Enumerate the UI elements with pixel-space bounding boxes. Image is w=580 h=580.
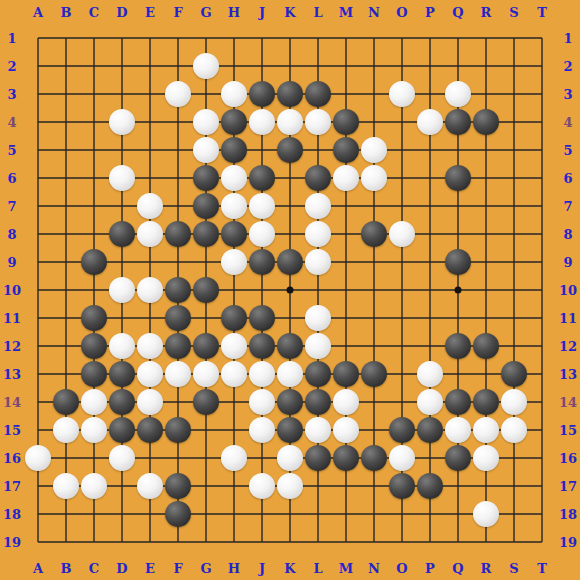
intersection-E8[interactable] <box>136 220 164 248</box>
intersection-K3[interactable] <box>276 80 304 108</box>
intersection-G19[interactable] <box>192 528 220 556</box>
intersection-L19[interactable] <box>304 528 332 556</box>
intersection-C5[interactable] <box>80 136 108 164</box>
intersection-A11[interactable] <box>24 304 52 332</box>
intersection-C9[interactable] <box>80 248 108 276</box>
intersection-D6[interactable] <box>108 164 136 192</box>
intersection-P17[interactable] <box>416 472 444 500</box>
intersection-E7[interactable] <box>136 192 164 220</box>
intersection-H13[interactable] <box>220 360 248 388</box>
intersection-G15[interactable] <box>192 416 220 444</box>
intersection-S10[interactable] <box>500 276 528 304</box>
intersection-J1[interactable] <box>248 24 276 52</box>
intersection-L3[interactable] <box>304 80 332 108</box>
intersection-F17[interactable] <box>164 472 192 500</box>
intersection-P11[interactable] <box>416 304 444 332</box>
intersection-B16[interactable] <box>52 444 80 472</box>
intersection-D10[interactable] <box>108 276 136 304</box>
intersection-S18[interactable] <box>500 500 528 528</box>
intersection-P13[interactable] <box>416 360 444 388</box>
intersection-L9[interactable] <box>304 248 332 276</box>
intersection-Q18[interactable] <box>444 500 472 528</box>
intersection-N3[interactable] <box>360 80 388 108</box>
intersection-N12[interactable] <box>360 332 388 360</box>
intersection-T9[interactable] <box>528 248 556 276</box>
intersection-F15[interactable] <box>164 416 192 444</box>
intersection-D13[interactable] <box>108 360 136 388</box>
intersection-K18[interactable] <box>276 500 304 528</box>
intersection-H4[interactable] <box>220 108 248 136</box>
intersection-D8[interactable] <box>108 220 136 248</box>
intersection-Q3[interactable] <box>444 80 472 108</box>
intersection-P7[interactable] <box>416 192 444 220</box>
intersection-D3[interactable] <box>108 80 136 108</box>
intersection-S8[interactable] <box>500 220 528 248</box>
intersection-Q2[interactable] <box>444 52 472 80</box>
intersection-P16[interactable] <box>416 444 444 472</box>
intersection-L1[interactable] <box>304 24 332 52</box>
intersection-K11[interactable] <box>276 304 304 332</box>
intersection-L5[interactable] <box>304 136 332 164</box>
intersection-S14[interactable] <box>500 388 528 416</box>
intersection-S19[interactable] <box>500 528 528 556</box>
intersection-A19[interactable] <box>24 528 52 556</box>
intersection-Q19[interactable] <box>444 528 472 556</box>
intersection-P5[interactable] <box>416 136 444 164</box>
intersection-L7[interactable] <box>304 192 332 220</box>
intersection-J15[interactable] <box>248 416 276 444</box>
intersection-F14[interactable] <box>164 388 192 416</box>
intersection-T18[interactable] <box>528 500 556 528</box>
intersection-G10[interactable] <box>192 276 220 304</box>
intersection-L2[interactable] <box>304 52 332 80</box>
intersection-J5[interactable] <box>248 136 276 164</box>
intersection-N17[interactable] <box>360 472 388 500</box>
intersection-F18[interactable] <box>164 500 192 528</box>
intersection-N13[interactable] <box>360 360 388 388</box>
intersection-C14[interactable] <box>80 388 108 416</box>
intersection-R15[interactable] <box>472 416 500 444</box>
intersection-P3[interactable] <box>416 80 444 108</box>
intersection-H8[interactable] <box>220 220 248 248</box>
intersection-M18[interactable] <box>332 500 360 528</box>
intersection-O14[interactable] <box>388 388 416 416</box>
intersection-N18[interactable] <box>360 500 388 528</box>
intersection-B12[interactable] <box>52 332 80 360</box>
intersection-R1[interactable] <box>472 24 500 52</box>
intersection-J14[interactable] <box>248 388 276 416</box>
intersection-F8[interactable] <box>164 220 192 248</box>
intersection-O16[interactable] <box>388 444 416 472</box>
intersection-E17[interactable] <box>136 472 164 500</box>
intersection-C15[interactable] <box>80 416 108 444</box>
intersection-T4[interactable] <box>528 108 556 136</box>
intersection-O13[interactable] <box>388 360 416 388</box>
intersection-R8[interactable] <box>472 220 500 248</box>
intersection-J19[interactable] <box>248 528 276 556</box>
intersection-L8[interactable] <box>304 220 332 248</box>
intersection-E11[interactable] <box>136 304 164 332</box>
intersection-Q12[interactable] <box>444 332 472 360</box>
intersection-H3[interactable] <box>220 80 248 108</box>
intersection-R6[interactable] <box>472 164 500 192</box>
intersection-O12[interactable] <box>388 332 416 360</box>
intersection-J8[interactable] <box>248 220 276 248</box>
intersection-L16[interactable] <box>304 444 332 472</box>
intersection-T11[interactable] <box>528 304 556 332</box>
intersection-N16[interactable] <box>360 444 388 472</box>
intersection-G9[interactable] <box>192 248 220 276</box>
intersection-S7[interactable] <box>500 192 528 220</box>
intersection-H14[interactable] <box>220 388 248 416</box>
intersection-D14[interactable] <box>108 388 136 416</box>
intersection-D5[interactable] <box>108 136 136 164</box>
intersection-K13[interactable] <box>276 360 304 388</box>
intersection-P19[interactable] <box>416 528 444 556</box>
intersection-A3[interactable] <box>24 80 52 108</box>
intersection-G8[interactable] <box>192 220 220 248</box>
intersection-M17[interactable] <box>332 472 360 500</box>
intersection-A1[interactable] <box>24 24 52 52</box>
intersection-F19[interactable] <box>164 528 192 556</box>
intersection-S16[interactable] <box>500 444 528 472</box>
intersection-P18[interactable] <box>416 500 444 528</box>
intersection-G11[interactable] <box>192 304 220 332</box>
intersection-E16[interactable] <box>136 444 164 472</box>
intersection-J10[interactable] <box>248 276 276 304</box>
intersection-R19[interactable] <box>472 528 500 556</box>
intersection-R2[interactable] <box>472 52 500 80</box>
intersection-S6[interactable] <box>500 164 528 192</box>
intersection-J13[interactable] <box>248 360 276 388</box>
intersection-F13[interactable] <box>164 360 192 388</box>
intersection-Q7[interactable] <box>444 192 472 220</box>
intersection-F4[interactable] <box>164 108 192 136</box>
intersection-T7[interactable] <box>528 192 556 220</box>
intersection-G6[interactable] <box>192 164 220 192</box>
intersection-O11[interactable] <box>388 304 416 332</box>
intersection-A13[interactable] <box>24 360 52 388</box>
intersection-P15[interactable] <box>416 416 444 444</box>
intersection-O3[interactable] <box>388 80 416 108</box>
intersection-J9[interactable] <box>248 248 276 276</box>
intersection-K6[interactable] <box>276 164 304 192</box>
intersection-H18[interactable] <box>220 500 248 528</box>
intersection-A6[interactable] <box>24 164 52 192</box>
intersection-Q13[interactable] <box>444 360 472 388</box>
intersection-A5[interactable] <box>24 136 52 164</box>
intersection-K4[interactable] <box>276 108 304 136</box>
intersection-Q11[interactable] <box>444 304 472 332</box>
intersection-B17[interactable] <box>52 472 80 500</box>
intersection-D9[interactable] <box>108 248 136 276</box>
intersection-Q4[interactable] <box>444 108 472 136</box>
intersection-P2[interactable] <box>416 52 444 80</box>
intersection-T13[interactable] <box>528 360 556 388</box>
intersection-B19[interactable] <box>52 528 80 556</box>
intersection-C16[interactable] <box>80 444 108 472</box>
intersection-R14[interactable] <box>472 388 500 416</box>
intersection-A17[interactable] <box>24 472 52 500</box>
intersection-G4[interactable] <box>192 108 220 136</box>
intersection-H16[interactable] <box>220 444 248 472</box>
intersection-N19[interactable] <box>360 528 388 556</box>
intersection-G7[interactable] <box>192 192 220 220</box>
intersection-C18[interactable] <box>80 500 108 528</box>
intersection-H6[interactable] <box>220 164 248 192</box>
intersection-N7[interactable] <box>360 192 388 220</box>
intersection-D11[interactable] <box>108 304 136 332</box>
intersection-K9[interactable] <box>276 248 304 276</box>
intersection-S4[interactable] <box>500 108 528 136</box>
intersection-D1[interactable] <box>108 24 136 52</box>
intersection-M11[interactable] <box>332 304 360 332</box>
intersection-G2[interactable] <box>192 52 220 80</box>
intersection-E2[interactable] <box>136 52 164 80</box>
intersection-R9[interactable] <box>472 248 500 276</box>
intersection-F11[interactable] <box>164 304 192 332</box>
intersection-L18[interactable] <box>304 500 332 528</box>
intersection-P14[interactable] <box>416 388 444 416</box>
intersection-J7[interactable] <box>248 192 276 220</box>
intersection-G17[interactable] <box>192 472 220 500</box>
intersection-M14[interactable] <box>332 388 360 416</box>
intersection-F3[interactable] <box>164 80 192 108</box>
intersection-E3[interactable] <box>136 80 164 108</box>
intersection-J11[interactable] <box>248 304 276 332</box>
intersection-F16[interactable] <box>164 444 192 472</box>
intersection-C17[interactable] <box>80 472 108 500</box>
intersection-E9[interactable] <box>136 248 164 276</box>
intersection-D7[interactable] <box>108 192 136 220</box>
intersection-A18[interactable] <box>24 500 52 528</box>
intersection-T2[interactable] <box>528 52 556 80</box>
intersection-M2[interactable] <box>332 52 360 80</box>
intersection-M5[interactable] <box>332 136 360 164</box>
intersection-L10[interactable] <box>304 276 332 304</box>
intersection-F2[interactable] <box>164 52 192 80</box>
intersection-G1[interactable] <box>192 24 220 52</box>
intersection-Q17[interactable] <box>444 472 472 500</box>
intersection-T10[interactable] <box>528 276 556 304</box>
intersection-N8[interactable] <box>360 220 388 248</box>
intersection-T1[interactable] <box>528 24 556 52</box>
intersection-B1[interactable] <box>52 24 80 52</box>
intersection-M12[interactable] <box>332 332 360 360</box>
intersection-C4[interactable] <box>80 108 108 136</box>
intersection-K7[interactable] <box>276 192 304 220</box>
intersection-M8[interactable] <box>332 220 360 248</box>
intersection-L15[interactable] <box>304 416 332 444</box>
intersection-E19[interactable] <box>136 528 164 556</box>
intersection-H7[interactable] <box>220 192 248 220</box>
intersection-B9[interactable] <box>52 248 80 276</box>
intersection-P9[interactable] <box>416 248 444 276</box>
intersection-B6[interactable] <box>52 164 80 192</box>
intersection-R7[interactable] <box>472 192 500 220</box>
intersection-C1[interactable] <box>80 24 108 52</box>
intersection-C12[interactable] <box>80 332 108 360</box>
intersection-K14[interactable] <box>276 388 304 416</box>
intersection-N6[interactable] <box>360 164 388 192</box>
intersection-D4[interactable] <box>108 108 136 136</box>
intersection-T3[interactable] <box>528 80 556 108</box>
intersection-D18[interactable] <box>108 500 136 528</box>
intersection-T6[interactable] <box>528 164 556 192</box>
intersection-J18[interactable] <box>248 500 276 528</box>
intersection-B5[interactable] <box>52 136 80 164</box>
intersection-J2[interactable] <box>248 52 276 80</box>
intersection-O2[interactable] <box>388 52 416 80</box>
intersection-S1[interactable] <box>500 24 528 52</box>
intersection-M1[interactable] <box>332 24 360 52</box>
intersection-R3[interactable] <box>472 80 500 108</box>
intersection-L11[interactable] <box>304 304 332 332</box>
intersection-K12[interactable] <box>276 332 304 360</box>
intersection-L14[interactable] <box>304 388 332 416</box>
intersection-A7[interactable] <box>24 192 52 220</box>
intersection-F6[interactable] <box>164 164 192 192</box>
intersection-L4[interactable] <box>304 108 332 136</box>
intersection-A2[interactable] <box>24 52 52 80</box>
intersection-O1[interactable] <box>388 24 416 52</box>
intersection-Q1[interactable] <box>444 24 472 52</box>
intersection-E13[interactable] <box>136 360 164 388</box>
intersection-S3[interactable] <box>500 80 528 108</box>
intersection-L6[interactable] <box>304 164 332 192</box>
intersection-O19[interactable] <box>388 528 416 556</box>
intersection-B15[interactable] <box>52 416 80 444</box>
intersection-P12[interactable] <box>416 332 444 360</box>
intersection-J6[interactable] <box>248 164 276 192</box>
intersection-T5[interactable] <box>528 136 556 164</box>
intersection-B4[interactable] <box>52 108 80 136</box>
intersection-C11[interactable] <box>80 304 108 332</box>
intersection-G16[interactable] <box>192 444 220 472</box>
intersection-G18[interactable] <box>192 500 220 528</box>
intersection-S15[interactable] <box>500 416 528 444</box>
intersection-H11[interactable] <box>220 304 248 332</box>
intersection-B10[interactable] <box>52 276 80 304</box>
intersection-G14[interactable] <box>192 388 220 416</box>
intersection-Q16[interactable] <box>444 444 472 472</box>
intersection-K15[interactable] <box>276 416 304 444</box>
intersection-K5[interactable] <box>276 136 304 164</box>
intersection-T15[interactable] <box>528 416 556 444</box>
intersection-O7[interactable] <box>388 192 416 220</box>
intersection-M7[interactable] <box>332 192 360 220</box>
intersection-B3[interactable] <box>52 80 80 108</box>
intersection-K19[interactable] <box>276 528 304 556</box>
intersection-R18[interactable] <box>472 500 500 528</box>
intersection-O8[interactable] <box>388 220 416 248</box>
intersection-A8[interactable] <box>24 220 52 248</box>
intersection-M4[interactable] <box>332 108 360 136</box>
intersection-M13[interactable] <box>332 360 360 388</box>
intersection-Q6[interactable] <box>444 164 472 192</box>
intersection-F12[interactable] <box>164 332 192 360</box>
intersection-Q5[interactable] <box>444 136 472 164</box>
intersection-T14[interactable] <box>528 388 556 416</box>
intersection-P8[interactable] <box>416 220 444 248</box>
intersection-R5[interactable] <box>472 136 500 164</box>
intersection-B2[interactable] <box>52 52 80 80</box>
intersection-B7[interactable] <box>52 192 80 220</box>
intersection-O17[interactable] <box>388 472 416 500</box>
intersection-E4[interactable] <box>136 108 164 136</box>
intersection-A14[interactable] <box>24 388 52 416</box>
intersection-E10[interactable] <box>136 276 164 304</box>
intersection-C19[interactable] <box>80 528 108 556</box>
intersection-C6[interactable] <box>80 164 108 192</box>
intersection-D2[interactable] <box>108 52 136 80</box>
intersection-D19[interactable] <box>108 528 136 556</box>
intersection-N1[interactable] <box>360 24 388 52</box>
intersection-O4[interactable] <box>388 108 416 136</box>
intersection-G13[interactable] <box>192 360 220 388</box>
intersection-A16[interactable] <box>24 444 52 472</box>
intersection-R4[interactable] <box>472 108 500 136</box>
intersection-E14[interactable] <box>136 388 164 416</box>
intersection-R12[interactable] <box>472 332 500 360</box>
intersection-R11[interactable] <box>472 304 500 332</box>
intersection-F10[interactable] <box>164 276 192 304</box>
intersection-O15[interactable] <box>388 416 416 444</box>
intersection-C13[interactable] <box>80 360 108 388</box>
intersection-J4[interactable] <box>248 108 276 136</box>
intersection-R17[interactable] <box>472 472 500 500</box>
intersection-H1[interactable] <box>220 24 248 52</box>
intersection-J12[interactable] <box>248 332 276 360</box>
intersection-C2[interactable] <box>80 52 108 80</box>
intersection-S2[interactable] <box>500 52 528 80</box>
intersection-N4[interactable] <box>360 108 388 136</box>
intersection-G3[interactable] <box>192 80 220 108</box>
intersection-Q14[interactable] <box>444 388 472 416</box>
intersection-E12[interactable] <box>136 332 164 360</box>
intersection-N10[interactable] <box>360 276 388 304</box>
intersection-B18[interactable] <box>52 500 80 528</box>
intersection-O18[interactable] <box>388 500 416 528</box>
intersection-J3[interactable] <box>248 80 276 108</box>
intersection-K1[interactable] <box>276 24 304 52</box>
intersection-E6[interactable] <box>136 164 164 192</box>
intersection-O10[interactable] <box>388 276 416 304</box>
intersection-P4[interactable] <box>416 108 444 136</box>
intersection-K8[interactable] <box>276 220 304 248</box>
intersection-E15[interactable] <box>136 416 164 444</box>
intersection-D15[interactable] <box>108 416 136 444</box>
intersection-E5[interactable] <box>136 136 164 164</box>
intersection-N5[interactable] <box>360 136 388 164</box>
intersection-D16[interactable] <box>108 444 136 472</box>
intersection-Q9[interactable] <box>444 248 472 276</box>
intersection-M15[interactable] <box>332 416 360 444</box>
intersection-O6[interactable] <box>388 164 416 192</box>
intersection-D17[interactable] <box>108 472 136 500</box>
intersection-B8[interactable] <box>52 220 80 248</box>
intersection-H5[interactable] <box>220 136 248 164</box>
intersection-F9[interactable] <box>164 248 192 276</box>
intersection-A10[interactable] <box>24 276 52 304</box>
intersection-O5[interactable] <box>388 136 416 164</box>
intersection-R16[interactable] <box>472 444 500 472</box>
intersection-B13[interactable] <box>52 360 80 388</box>
intersection-M9[interactable] <box>332 248 360 276</box>
intersection-C8[interactable] <box>80 220 108 248</box>
intersection-S12[interactable] <box>500 332 528 360</box>
intersection-N14[interactable] <box>360 388 388 416</box>
